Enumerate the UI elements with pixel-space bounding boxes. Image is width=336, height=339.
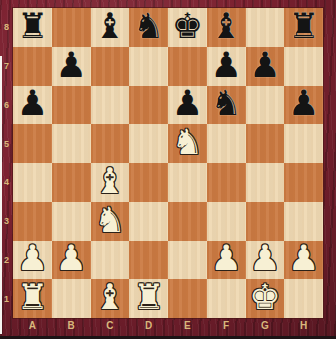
square-c7[interactable] xyxy=(91,47,130,86)
white-pawn[interactable]: ♟︎ xyxy=(55,241,86,276)
square-h3[interactable] xyxy=(284,202,323,241)
black-rook[interactable]: ♜ xyxy=(17,9,48,44)
square-a5[interactable] xyxy=(13,124,52,163)
black-bishop[interactable]: ♝ xyxy=(210,9,241,44)
square-g5[interactable] xyxy=(246,124,285,163)
square-h2[interactable]: ♟︎ xyxy=(284,241,323,280)
square-f5[interactable] xyxy=(207,124,246,163)
square-f4[interactable] xyxy=(207,163,246,202)
square-g8[interactable] xyxy=(246,8,285,47)
white-rook[interactable]: ♜ xyxy=(133,280,164,315)
square-c8[interactable]: ♝ xyxy=(91,8,130,47)
rank-labels: 87654321 xyxy=(0,8,13,318)
square-e1[interactable] xyxy=(168,279,207,318)
square-b6[interactable] xyxy=(52,86,91,125)
square-c1[interactable]: ♝ xyxy=(91,279,130,318)
square-a8[interactable]: ♜ xyxy=(13,8,52,47)
square-a2[interactable]: ♟︎ xyxy=(13,241,52,280)
square-g1[interactable]: ♚ xyxy=(246,279,285,318)
square-f8[interactable]: ♝ xyxy=(207,8,246,47)
file-label-f: F xyxy=(207,318,246,335)
square-c3[interactable]: ♞ xyxy=(91,202,130,241)
square-f1[interactable] xyxy=(207,279,246,318)
square-a1[interactable]: ♜ xyxy=(13,279,52,318)
black-pawn[interactable]: ♟︎ xyxy=(55,48,86,83)
rank-label-6: 6 xyxy=(0,86,13,125)
white-king[interactable]: ♚ xyxy=(249,280,280,315)
black-pawn[interactable]: ♟︎ xyxy=(17,86,48,121)
black-pawn[interactable]: ♟︎ xyxy=(288,86,319,121)
rank-label-1: 1 xyxy=(0,279,13,318)
rank-label-7: 7 xyxy=(0,47,13,86)
square-f2[interactable]: ♟︎ xyxy=(207,241,246,280)
square-b2[interactable]: ♟︎ xyxy=(52,241,91,280)
file-label-d: D xyxy=(129,318,168,335)
square-d1[interactable]: ♜ xyxy=(129,279,168,318)
square-d4[interactable] xyxy=(129,163,168,202)
square-a7[interactable] xyxy=(13,47,52,86)
white-pawn[interactable]: ♟︎ xyxy=(288,241,319,276)
square-h8[interactable]: ♜ xyxy=(284,8,323,47)
square-g2[interactable]: ♟︎ xyxy=(246,241,285,280)
file-label-a: A xyxy=(13,318,52,335)
square-g7[interactable]: ♟︎ xyxy=(246,47,285,86)
square-d6[interactable] xyxy=(129,86,168,125)
black-knight[interactable]: ♞ xyxy=(133,9,164,44)
square-b4[interactable] xyxy=(52,163,91,202)
square-g6[interactable] xyxy=(246,86,285,125)
file-labels: ABCDEFGH xyxy=(13,318,323,335)
rank-label-5: 5 xyxy=(0,124,13,163)
black-bishop[interactable]: ♝ xyxy=(94,9,125,44)
black-pawn[interactable]: ♟︎ xyxy=(210,48,241,83)
file-label-e: E xyxy=(168,318,207,335)
white-knight[interactable]: ♞ xyxy=(94,203,125,238)
square-a6[interactable]: ♟︎ xyxy=(13,86,52,125)
square-e3[interactable] xyxy=(168,202,207,241)
square-d7[interactable] xyxy=(129,47,168,86)
square-b1[interactable] xyxy=(52,279,91,318)
square-h4[interactable] xyxy=(284,163,323,202)
square-d5[interactable] xyxy=(129,124,168,163)
white-bishop[interactable]: ♝ xyxy=(94,164,125,199)
square-e6[interactable]: ♟︎ xyxy=(168,86,207,125)
square-a4[interactable] xyxy=(13,163,52,202)
square-g4[interactable] xyxy=(246,163,285,202)
white-pawn[interactable]: ♟︎ xyxy=(17,241,48,276)
square-f3[interactable] xyxy=(207,202,246,241)
square-c4[interactable]: ♝ xyxy=(91,163,130,202)
file-label-c: C xyxy=(91,318,130,335)
rank-label-4: 4 xyxy=(0,163,13,202)
square-h7[interactable] xyxy=(284,47,323,86)
square-d3[interactable] xyxy=(129,202,168,241)
square-e8[interactable]: ♚ xyxy=(168,8,207,47)
file-label-b: B xyxy=(52,318,91,335)
square-c5[interactable] xyxy=(91,124,130,163)
white-knight[interactable]: ♞ xyxy=(172,125,203,160)
rank-label-2: 2 xyxy=(0,241,13,280)
square-a3[interactable] xyxy=(13,202,52,241)
white-pawn[interactable]: ♟︎ xyxy=(249,241,280,276)
square-e2[interactable] xyxy=(168,241,207,280)
square-b5[interactable] xyxy=(52,124,91,163)
square-e4[interactable] xyxy=(168,163,207,202)
rank-label-3: 3 xyxy=(0,202,13,241)
square-d8[interactable]: ♞ xyxy=(129,8,168,47)
chess-board: ♜♝♞♚♝♜♟︎♟︎♟︎♟︎♟︎♞♟︎♞♝♞♟︎♟︎♟︎♟︎♟︎♜♝♜♚ xyxy=(13,8,323,318)
white-bishop[interactable]: ♝ xyxy=(94,280,125,315)
square-c6[interactable] xyxy=(91,86,130,125)
black-pawn[interactable]: ♟︎ xyxy=(249,48,280,83)
square-h1[interactable] xyxy=(284,279,323,318)
square-b3[interactable] xyxy=(52,202,91,241)
black-rook[interactable]: ♜ xyxy=(288,9,319,44)
black-knight[interactable]: ♞ xyxy=(210,86,241,121)
square-b8[interactable] xyxy=(52,8,91,47)
black-king[interactable]: ♚ xyxy=(172,9,203,44)
square-b7[interactable]: ♟︎ xyxy=(52,47,91,86)
square-g3[interactable] xyxy=(246,202,285,241)
square-c2[interactable] xyxy=(91,241,130,280)
white-rook[interactable]: ♜ xyxy=(17,280,48,315)
file-label-g: G xyxy=(246,318,285,335)
square-d2[interactable] xyxy=(129,241,168,280)
square-e7[interactable] xyxy=(168,47,207,86)
white-pawn[interactable]: ♟︎ xyxy=(210,241,241,276)
black-pawn[interactable]: ♟︎ xyxy=(172,86,203,121)
square-f6[interactable]: ♞ xyxy=(207,86,246,125)
square-e5[interactable]: ♞ xyxy=(168,124,207,163)
square-f7[interactable]: ♟︎ xyxy=(207,47,246,86)
rank-label-8: 8 xyxy=(0,8,13,47)
square-h5[interactable] xyxy=(284,124,323,163)
file-label-h: H xyxy=(284,318,323,335)
square-h6[interactable]: ♟︎ xyxy=(284,86,323,125)
